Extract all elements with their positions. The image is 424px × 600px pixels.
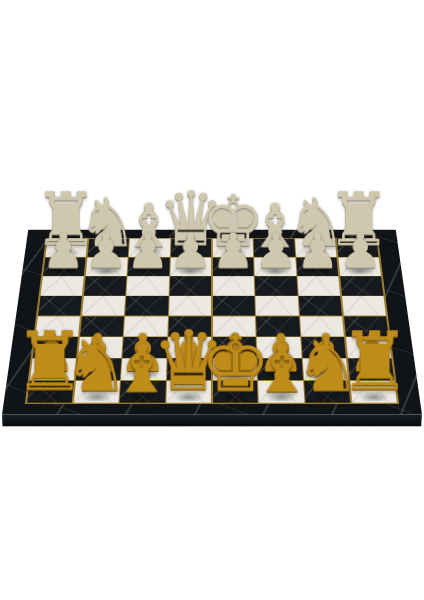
piece-contact-shadow bbox=[176, 266, 205, 275]
square-a2: ♟ bbox=[30, 359, 76, 380]
square-d5 bbox=[169, 296, 211, 316]
square-a1: ♜ bbox=[27, 381, 74, 403]
square-e8: ♚ bbox=[213, 239, 253, 257]
square-d6 bbox=[170, 276, 212, 295]
board-front-edge bbox=[2, 415, 422, 427]
square-g8: ♞ bbox=[295, 239, 337, 257]
square-c2: ♟ bbox=[121, 359, 166, 380]
square-a8: ♜ bbox=[45, 239, 87, 257]
square-c8: ♝ bbox=[129, 239, 170, 257]
square-e2: ♟ bbox=[213, 359, 257, 380]
square-c6 bbox=[127, 276, 169, 295]
square-a6 bbox=[41, 276, 84, 295]
piece-contact-shadow bbox=[82, 369, 114, 379]
piece-contact-shadow bbox=[34, 391, 66, 401]
square-f2: ♟ bbox=[258, 359, 303, 380]
chess-board: ♜♞♝♛♚♝♞♜♟♟♟♟♟♟♟♟♟♟♟♟♟♟♟♟♜♞♝♛♚♝♞♜ bbox=[2, 230, 422, 415]
square-f8: ♝ bbox=[254, 239, 295, 257]
piece-contact-shadow bbox=[52, 247, 81, 255]
square-f4 bbox=[256, 316, 299, 336]
square-f5 bbox=[256, 296, 299, 316]
square-c3 bbox=[123, 337, 167, 358]
piece-contact-shadow bbox=[219, 266, 248, 275]
square-f6 bbox=[255, 276, 297, 295]
piece-contact-shadow bbox=[135, 247, 164, 255]
square-c5 bbox=[125, 296, 168, 316]
square-e3 bbox=[213, 337, 256, 358]
square-b7: ♟ bbox=[85, 257, 127, 275]
square-h5 bbox=[342, 296, 386, 316]
square-h6 bbox=[340, 276, 383, 295]
piece-contact-shadow bbox=[266, 391, 298, 401]
square-e6 bbox=[213, 276, 255, 295]
piece-contact-shadow bbox=[173, 391, 204, 401]
square-b5 bbox=[82, 296, 125, 316]
square-f3 bbox=[257, 337, 301, 358]
piece-contact-shadow bbox=[312, 391, 344, 401]
chess-set-product-photo: ♜♞♝♛♚♝♞♜♟♟♟♟♟♟♟♟♟♟♟♟♟♟♟♟♜♞♝♛♚♝♞♜ bbox=[0, 0, 424, 600]
square-e7: ♟ bbox=[213, 257, 254, 275]
square-a3 bbox=[33, 337, 78, 358]
square-g7: ♟ bbox=[296, 257, 338, 275]
square-d2: ♟ bbox=[167, 359, 211, 380]
square-f7: ♟ bbox=[255, 257, 297, 275]
piece-contact-shadow bbox=[265, 369, 296, 379]
piece-contact-shadow bbox=[80, 391, 112, 401]
square-b4 bbox=[80, 316, 124, 336]
square-d8: ♛ bbox=[171, 239, 211, 257]
piece-contact-shadow bbox=[219, 369, 250, 379]
square-c7: ♟ bbox=[128, 257, 170, 275]
piece-contact-shadow bbox=[303, 266, 332, 275]
square-h3 bbox=[346, 337, 391, 358]
piece-contact-shadow bbox=[219, 247, 247, 255]
square-g6 bbox=[298, 276, 341, 295]
square-f1: ♝ bbox=[259, 381, 305, 403]
square-h4 bbox=[344, 316, 389, 336]
square-e1: ♚ bbox=[213, 381, 258, 403]
piece-contact-shadow bbox=[260, 247, 289, 255]
piece-contact-shadow bbox=[127, 391, 159, 401]
square-d4 bbox=[168, 316, 211, 336]
square-a4 bbox=[35, 316, 80, 336]
board-grid: ♜♞♝♛♚♝♞♜♟♟♟♟♟♟♟♟♟♟♟♟♟♟♟♟♜♞♝♛♚♝♞♜ bbox=[25, 238, 399, 404]
piece-contact-shadow bbox=[92, 266, 121, 275]
piece-contact-shadow bbox=[343, 247, 372, 255]
square-d3 bbox=[168, 337, 211, 358]
perspective-scene: ♜♞♝♛♚♝♞♜♟♟♟♟♟♟♟♟♟♟♟♟♟♟♟♟♜♞♝♛♚♝♞♜ bbox=[16, 120, 408, 512]
square-g2: ♟ bbox=[303, 359, 349, 380]
square-g1: ♞ bbox=[304, 381, 350, 403]
square-h7: ♟ bbox=[338, 257, 381, 275]
square-a7: ♟ bbox=[43, 257, 86, 275]
square-b1: ♞ bbox=[74, 381, 120, 403]
square-b8: ♞ bbox=[87, 239, 129, 257]
piece-contact-shadow bbox=[37, 369, 69, 379]
piece-contact-shadow bbox=[345, 266, 375, 275]
piece-contact-shadow bbox=[128, 369, 159, 379]
square-b3 bbox=[78, 337, 123, 358]
square-h1: ♜ bbox=[350, 381, 397, 403]
square-g4 bbox=[300, 316, 344, 336]
piece-contact-shadow bbox=[93, 247, 122, 255]
piece-contact-shadow bbox=[49, 266, 79, 275]
square-b6 bbox=[84, 276, 127, 295]
square-g3 bbox=[301, 337, 346, 358]
square-g5 bbox=[299, 296, 342, 316]
piece-contact-shadow bbox=[302, 247, 331, 255]
square-c1: ♝ bbox=[120, 381, 166, 403]
piece-contact-shadow bbox=[355, 369, 387, 379]
piece-contact-shadow bbox=[177, 247, 205, 255]
piece-contact-shadow bbox=[358, 391, 390, 401]
square-e5 bbox=[213, 296, 255, 316]
piece-contact-shadow bbox=[134, 266, 163, 275]
square-e4 bbox=[213, 316, 256, 336]
square-c4 bbox=[124, 316, 167, 336]
piece-contact-shadow bbox=[310, 369, 342, 379]
square-d1: ♛ bbox=[166, 381, 211, 403]
piece-contact-shadow bbox=[261, 266, 290, 275]
square-h2: ♟ bbox=[348, 359, 394, 380]
square-d7: ♟ bbox=[170, 257, 211, 275]
square-b2: ♟ bbox=[76, 359, 122, 380]
piece-contact-shadow bbox=[174, 369, 205, 379]
piece-contact-shadow bbox=[219, 391, 250, 401]
square-a5 bbox=[38, 296, 82, 316]
square-h8: ♜ bbox=[336, 239, 378, 257]
